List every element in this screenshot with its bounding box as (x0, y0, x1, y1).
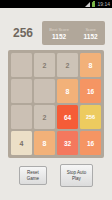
best-score-box: Best Score 1152 (49, 27, 69, 40)
tile-16: 16 (80, 131, 101, 155)
tile-2: 2 (34, 53, 55, 77)
stop-auto-play-button[interactable]: Stop Auto Play (60, 164, 93, 187)
tile-256: 256 (80, 105, 101, 129)
controls: Reset Game Stop Auto Play (0, 164, 112, 187)
max-tile-value: 256 (13, 26, 33, 40)
reset-game-button[interactable]: Reset Game (19, 166, 47, 185)
tile-64: 64 (57, 105, 78, 129)
empty-cell (11, 79, 32, 103)
best-score-value: 1152 (52, 33, 66, 40)
empty-cell (34, 79, 55, 103)
header: 256 Best Score 1152 Score 1152 (10, 21, 105, 45)
score-label: Score (85, 27, 95, 32)
tile-2: 2 (57, 53, 78, 77)
tile-32: 32 (57, 131, 78, 155)
tile-16: 16 (80, 79, 101, 103)
empty-cell (11, 105, 32, 129)
app-screen: 19:14 256 Best Score 1152 Score 1152 228… (0, 0, 112, 200)
tile-8: 8 (34, 131, 55, 155)
tile-2: 2 (34, 105, 55, 129)
empty-cell (11, 53, 32, 77)
signal-icon (85, 2, 90, 7)
tile-4: 4 (11, 131, 32, 155)
battery-icon (92, 2, 95, 7)
best-score-label: Best Score (49, 27, 69, 32)
tile-8: 8 (80, 53, 101, 77)
status-bar: 19:14 (0, 0, 112, 8)
score-box: Score 1152 (84, 27, 98, 40)
board[interactable]: 228816264256483216 (8, 50, 104, 158)
status-time: 19:14 (97, 0, 110, 8)
score-panel: Best Score 1152 Score 1152 (42, 21, 105, 45)
score-value: 1152 (84, 33, 98, 40)
tile-8: 8 (57, 79, 78, 103)
